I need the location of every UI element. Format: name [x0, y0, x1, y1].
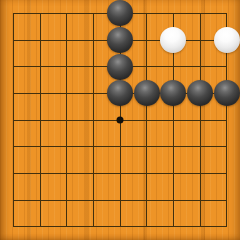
- intersection[interactable]: [0, 107, 27, 134]
- intersection[interactable]: [160, 133, 187, 160]
- intersection[interactable]: ●: [107, 0, 134, 27]
- intersection[interactable]: ●: [187, 80, 214, 107]
- intersection[interactable]: [187, 27, 214, 54]
- intersection[interactable]: [160, 213, 187, 240]
- intersection[interactable]: [0, 53, 27, 80]
- intersection[interactable]: [53, 80, 80, 107]
- intersection[interactable]: [80, 133, 107, 160]
- intersection[interactable]: [107, 160, 134, 187]
- white-stone: ●: [214, 27, 240, 53]
- intersection[interactable]: [160, 53, 187, 80]
- intersection[interactable]: [133, 0, 160, 27]
- intersection[interactable]: ●: [213, 80, 240, 107]
- intersection[interactable]: [133, 187, 160, 214]
- intersection[interactable]: [27, 160, 54, 187]
- intersection[interactable]: ●: [107, 53, 134, 80]
- black-stone: ●: [107, 54, 133, 80]
- intersection[interactable]: ●: [133, 80, 160, 107]
- intersection[interactable]: [27, 213, 54, 240]
- intersection[interactable]: [160, 0, 187, 27]
- black-stone: ●: [160, 80, 186, 106]
- intersection[interactable]: [27, 107, 54, 134]
- intersection[interactable]: [133, 213, 160, 240]
- intersection[interactable]: [187, 107, 214, 134]
- intersection[interactable]: [80, 80, 107, 107]
- intersection[interactable]: [187, 187, 214, 214]
- intersection[interactable]: [160, 160, 187, 187]
- intersection[interactable]: [187, 213, 214, 240]
- intersection[interactable]: [213, 133, 240, 160]
- intersection[interactable]: [107, 187, 134, 214]
- intersection[interactable]: [133, 107, 160, 134]
- intersection[interactable]: [80, 213, 107, 240]
- board-grid: ●●●●●●●●●●: [0, 0, 240, 240]
- black-stone: ●: [187, 80, 213, 106]
- intersection[interactable]: [53, 133, 80, 160]
- intersection[interactable]: ●: [107, 80, 134, 107]
- intersection[interactable]: [80, 187, 107, 214]
- intersection[interactable]: [27, 187, 54, 214]
- intersection[interactable]: [107, 213, 134, 240]
- intersection[interactable]: [133, 160, 160, 187]
- intersection[interactable]: [187, 133, 214, 160]
- black-stone: ●: [107, 80, 133, 106]
- intersection[interactable]: [27, 80, 54, 107]
- intersection[interactable]: [53, 0, 80, 27]
- go-board: ●●●●●●●●●●: [0, 0, 240, 240]
- intersection[interactable]: [27, 53, 54, 80]
- black-stone: ●: [214, 80, 240, 106]
- intersection[interactable]: [53, 27, 80, 54]
- intersection[interactable]: ●: [160, 80, 187, 107]
- intersection[interactable]: [213, 187, 240, 214]
- intersection[interactable]: [80, 107, 107, 134]
- intersection[interactable]: [53, 213, 80, 240]
- intersection[interactable]: [27, 0, 54, 27]
- intersection[interactable]: [27, 133, 54, 160]
- intersection[interactable]: [80, 160, 107, 187]
- intersection[interactable]: [53, 107, 80, 134]
- intersection[interactable]: [133, 27, 160, 54]
- intersection[interactable]: [80, 53, 107, 80]
- intersection[interactable]: [133, 53, 160, 80]
- intersection[interactable]: [213, 107, 240, 134]
- intersection[interactable]: [107, 107, 134, 134]
- intersection[interactable]: [0, 187, 27, 214]
- black-stone: ●: [107, 0, 133, 26]
- intersection[interactable]: [0, 80, 27, 107]
- intersection[interactable]: [187, 0, 214, 27]
- white-stone: ●: [160, 27, 186, 53]
- intersection[interactable]: [53, 160, 80, 187]
- intersection[interactable]: [80, 27, 107, 54]
- intersection[interactable]: [27, 27, 54, 54]
- intersection[interactable]: [187, 160, 214, 187]
- intersection[interactable]: [0, 0, 27, 27]
- intersection[interactable]: [213, 0, 240, 27]
- intersection[interactable]: [160, 107, 187, 134]
- black-stone: ●: [134, 80, 160, 106]
- intersection[interactable]: [187, 53, 214, 80]
- intersection[interactable]: [213, 213, 240, 240]
- intersection[interactable]: [53, 187, 80, 214]
- intersection[interactable]: [213, 53, 240, 80]
- intersection[interactable]: [0, 133, 27, 160]
- intersection[interactable]: [107, 133, 134, 160]
- intersection[interactable]: ●: [213, 27, 240, 54]
- intersection[interactable]: [160, 187, 187, 214]
- intersection[interactable]: [0, 160, 27, 187]
- black-stone: ●: [107, 27, 133, 53]
- intersection[interactable]: [0, 213, 27, 240]
- intersection[interactable]: [80, 0, 107, 27]
- intersection[interactable]: ●: [160, 27, 187, 54]
- intersection[interactable]: [213, 160, 240, 187]
- intersection[interactable]: [0, 27, 27, 54]
- intersection[interactable]: [133, 133, 160, 160]
- intersection[interactable]: [53, 53, 80, 80]
- intersection[interactable]: ●: [107, 27, 134, 54]
